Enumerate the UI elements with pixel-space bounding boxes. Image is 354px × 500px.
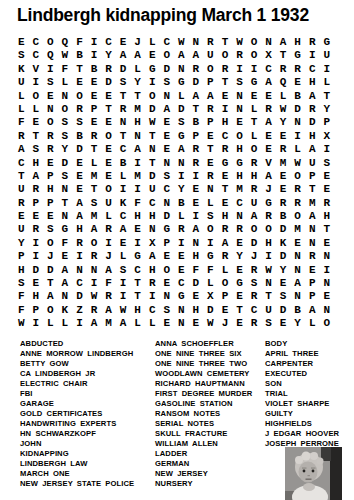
grid-cell: B bbox=[72, 49, 87, 62]
grid-cell: R bbox=[247, 290, 262, 303]
grid-cell: A bbox=[203, 90, 218, 103]
grid-cell: H bbox=[145, 210, 160, 223]
grid-cell: R bbox=[305, 250, 320, 263]
grid-cell: N bbox=[232, 210, 247, 223]
grid-cell: L bbox=[174, 210, 189, 223]
grid-cell: M bbox=[305, 197, 320, 210]
grid-cell: K bbox=[276, 237, 291, 250]
grid-cell: I bbox=[130, 183, 145, 196]
grid-cell: R bbox=[276, 143, 291, 156]
grid-cell: R bbox=[247, 264, 262, 277]
grid-cell: I bbox=[247, 63, 262, 76]
grid-cell: B bbox=[276, 210, 291, 223]
grid-cell: H bbox=[14, 264, 29, 277]
grid-cell: L bbox=[247, 130, 262, 143]
grid-cell: C bbox=[305, 63, 320, 76]
grid-cell: O bbox=[203, 63, 218, 76]
grid-cell: P bbox=[87, 103, 102, 116]
grid-cell: A bbox=[261, 116, 276, 129]
grid-cell: A bbox=[189, 49, 204, 62]
grid-cell: E bbox=[232, 264, 247, 277]
word-list-item: HN SCHWARZKOPF bbox=[20, 429, 134, 439]
grid-cell: I bbox=[72, 250, 87, 263]
grid-cell: I bbox=[305, 49, 320, 62]
grid-cell: I bbox=[116, 183, 131, 196]
grid-cell: F bbox=[14, 304, 29, 317]
grid-cell: P bbox=[305, 290, 320, 303]
grid-cell: R bbox=[189, 157, 204, 170]
word-list-item: GERMAN bbox=[155, 459, 252, 469]
grid-cell: O bbox=[145, 90, 160, 103]
grid-cell: R bbox=[43, 130, 58, 143]
grid-cell: G bbox=[58, 223, 73, 236]
grid-cell: N bbox=[145, 223, 160, 236]
grid-cell: L bbox=[218, 264, 233, 277]
grid-cell: O bbox=[101, 183, 116, 196]
grid-cell: U bbox=[203, 49, 218, 62]
grid-cell: S bbox=[116, 264, 131, 277]
grid-cell: F bbox=[72, 36, 87, 49]
grid-cell: E bbox=[14, 210, 29, 223]
word-list-item: HIGHFIELDS bbox=[265, 419, 339, 429]
grid-cell: N bbox=[159, 290, 174, 303]
grid-cell: H bbox=[72, 223, 87, 236]
grid-cell: L bbox=[101, 210, 116, 223]
grid-cell: L bbox=[203, 197, 218, 210]
grid-cell: T bbox=[319, 90, 334, 103]
grid-cell: X bbox=[145, 237, 160, 250]
grid-cell: L bbox=[145, 36, 160, 49]
grid-cell: E bbox=[276, 317, 291, 330]
grid-cell: R bbox=[14, 197, 29, 210]
grid-cell: N bbox=[58, 90, 73, 103]
grid-cell: P bbox=[159, 237, 174, 250]
grid-cell: D bbox=[305, 116, 320, 129]
grid-cell: G bbox=[290, 49, 305, 62]
grid-cell: E bbox=[159, 317, 174, 330]
grid-cell: L bbox=[276, 90, 291, 103]
word-list-item: NEW JERSEY bbox=[155, 469, 252, 479]
grid-cell: H bbox=[43, 183, 58, 196]
grid-cell: U bbox=[247, 197, 262, 210]
grid-cell: Y bbox=[276, 116, 291, 129]
grid-cell: T bbox=[218, 36, 233, 49]
grid-cell: L bbox=[290, 143, 305, 156]
grid-cell: A bbox=[145, 250, 160, 263]
grid-cell: E bbox=[101, 116, 116, 129]
grid-cell: M bbox=[232, 183, 247, 196]
grid-cell: R bbox=[305, 103, 320, 116]
grid-cell: S bbox=[319, 157, 334, 170]
grid-cell: I bbox=[189, 210, 204, 223]
grid-cell: M bbox=[87, 170, 102, 183]
grid-cell: S bbox=[58, 130, 73, 143]
grid-cell: L bbox=[87, 157, 102, 170]
grid-cell: R bbox=[101, 223, 116, 236]
grid-cell: I bbox=[72, 317, 87, 330]
grid-cell: A bbox=[218, 237, 233, 250]
grid-cell: S bbox=[58, 116, 73, 129]
grid-cell: V bbox=[261, 157, 276, 170]
grid-cell: I bbox=[319, 63, 334, 76]
grid-cell: E bbox=[116, 36, 131, 49]
grid-cell: E bbox=[319, 237, 334, 250]
grid-cell: L bbox=[174, 90, 189, 103]
grid-cell: R bbox=[261, 210, 276, 223]
grid-cell: C bbox=[159, 183, 174, 196]
grid-cell: C bbox=[29, 36, 44, 49]
grid-cell: B bbox=[189, 116, 204, 129]
grid-cell: I bbox=[87, 277, 102, 290]
grid-cell: O bbox=[43, 304, 58, 317]
grid-cell: Y bbox=[174, 183, 189, 196]
grid-cell: U bbox=[261, 304, 276, 317]
grid-cell: U bbox=[101, 197, 116, 210]
grid-cell: A bbox=[58, 264, 73, 277]
grid-cell: A bbox=[87, 223, 102, 236]
grid-cell: L bbox=[116, 250, 131, 263]
grid-cell: N bbox=[174, 317, 189, 330]
grid-cell: N bbox=[189, 237, 204, 250]
word-list-item: ANNA SCHOEFFLER bbox=[155, 339, 252, 349]
grid-cell: E bbox=[101, 90, 116, 103]
grid-cell: U bbox=[14, 183, 29, 196]
grid-cell: C bbox=[101, 36, 116, 49]
grid-cell: D bbox=[290, 103, 305, 116]
grid-cell: E bbox=[218, 170, 233, 183]
grid-cell: O bbox=[247, 36, 262, 49]
grid-cell: E bbox=[305, 264, 320, 277]
grid-cell: A bbox=[261, 170, 276, 183]
grid-cell: F bbox=[14, 290, 29, 303]
grid-cell: I bbox=[130, 237, 145, 250]
grid-cell: T bbox=[305, 183, 320, 196]
word-list-item: FBI bbox=[20, 389, 134, 399]
grid-cell: R bbox=[247, 317, 262, 330]
grid-cell: R bbox=[101, 290, 116, 303]
grid-cell: P bbox=[43, 170, 58, 183]
grid-cell: E bbox=[174, 264, 189, 277]
word-list-column-1: ABDUCTEDANNE MORROW LINDBERGHBETTY GOWCA… bbox=[20, 339, 134, 489]
grid-cell: I bbox=[29, 237, 44, 250]
grid-cell: E bbox=[203, 157, 218, 170]
grid-cell: R bbox=[72, 103, 87, 116]
grid-cell: S bbox=[159, 304, 174, 317]
grid-cell: E bbox=[276, 130, 291, 143]
grid-cell: S bbox=[43, 223, 58, 236]
grid-cell: E bbox=[159, 277, 174, 290]
grid-cell: N bbox=[319, 250, 334, 263]
word-list-item: APRIL THREE bbox=[265, 349, 339, 359]
grid-cell: E bbox=[101, 170, 116, 183]
word-list-column-2: ANNA SCHOEFFLERONE NINE THREE SIXONE NIN… bbox=[155, 339, 252, 489]
grid-cell: I bbox=[29, 250, 44, 263]
grid-cell: A bbox=[174, 49, 189, 62]
grid-cell: D bbox=[203, 304, 218, 317]
grid-cell: O bbox=[247, 49, 262, 62]
grid-cell: E bbox=[72, 157, 87, 170]
word-list-item: LINDBERGH LAW bbox=[20, 459, 134, 469]
grid-cell: A bbox=[87, 317, 102, 330]
grid-cell: S bbox=[261, 317, 276, 330]
grid-cell: E bbox=[203, 130, 218, 143]
grid-cell: E bbox=[72, 76, 87, 89]
grid-cell: A bbox=[101, 264, 116, 277]
grid-cell: N bbox=[189, 36, 204, 49]
grid-cell: J bbox=[247, 250, 262, 263]
grid-cell: R bbox=[14, 130, 29, 143]
grid-cell: U bbox=[14, 223, 29, 236]
word-list-item: TRIAL bbox=[265, 389, 339, 399]
grid-cell: C bbox=[261, 63, 276, 76]
grid-cell: Y bbox=[276, 264, 291, 277]
grid-cell: E bbox=[87, 90, 102, 103]
grid-cell: P bbox=[319, 116, 334, 129]
grid-cell: L bbox=[145, 317, 160, 330]
grid-cell: G bbox=[261, 197, 276, 210]
grid-cell: D bbox=[29, 264, 44, 277]
grid-cell: E bbox=[72, 183, 87, 196]
grid-cell: C bbox=[159, 36, 174, 49]
grid-cell: A bbox=[130, 49, 145, 62]
grid-cell: O bbox=[247, 223, 262, 236]
grid-cell: I bbox=[218, 103, 233, 116]
grid-cell: O bbox=[43, 116, 58, 129]
grid-cell: E bbox=[290, 237, 305, 250]
word-list-item: CARPENTER bbox=[265, 359, 339, 369]
grid-cell: O bbox=[43, 237, 58, 250]
grid-cell: S bbox=[203, 210, 218, 223]
grid-cell: F bbox=[58, 237, 73, 250]
grid-cell: S bbox=[159, 76, 174, 89]
grid-cell: H bbox=[319, 210, 334, 223]
grid-cell: F bbox=[14, 116, 29, 129]
grid-cell: I bbox=[174, 237, 189, 250]
grid-cell: N bbox=[116, 116, 131, 129]
grid-cell: L bbox=[116, 170, 131, 183]
grid-cell: Y bbox=[14, 237, 29, 250]
grid-cell: E bbox=[247, 90, 262, 103]
grid-cell: R bbox=[29, 223, 44, 236]
grid-cell: T bbox=[72, 63, 87, 76]
word-list-column-3: BODYAPRIL THREECARPENTEREXECUTEDSONTRIAL… bbox=[265, 339, 339, 449]
grid-cell: S bbox=[29, 143, 44, 156]
grid-cell: N bbox=[290, 250, 305, 263]
grid-cell: S bbox=[174, 116, 189, 129]
grid-cell: I bbox=[319, 264, 334, 277]
grid-cell: M bbox=[130, 170, 145, 183]
grid-cell: T bbox=[43, 277, 58, 290]
grid-cell: K bbox=[14, 63, 29, 76]
grid-cell: H bbox=[218, 210, 233, 223]
grid-cell: H bbox=[232, 170, 247, 183]
grid-cell: E bbox=[159, 116, 174, 129]
grid-cell: N bbox=[58, 183, 73, 196]
word-list-item: GASOLINE STATION bbox=[155, 399, 252, 409]
word-list-item: SON bbox=[265, 379, 339, 389]
grid-cell: H bbox=[130, 116, 145, 129]
grid-cell: L bbox=[14, 103, 29, 116]
grid-cell: Y bbox=[101, 49, 116, 62]
grid-cell: I bbox=[232, 63, 247, 76]
grid-cell: W bbox=[116, 304, 131, 317]
grid-cell: O bbox=[58, 103, 73, 116]
grid-cell: H bbox=[189, 304, 204, 317]
grid-cell: O bbox=[261, 223, 276, 236]
word-list-item: WOODLAWN CEMETERY bbox=[155, 369, 252, 379]
grid-cell: P bbox=[305, 170, 320, 183]
grid-cell: F bbox=[189, 264, 204, 277]
grid-cell: P bbox=[29, 197, 44, 210]
grid-cell: G bbox=[174, 76, 189, 89]
grid-cell: O bbox=[218, 49, 233, 62]
grid-cell: L bbox=[58, 76, 73, 89]
grid-cell: C bbox=[145, 304, 160, 317]
grid-cell: E bbox=[218, 197, 233, 210]
grid-cell: E bbox=[130, 223, 145, 236]
word-list-item: GOLD CERTIFICATES bbox=[20, 409, 134, 419]
lindbergh-baby-photo bbox=[285, 447, 342, 500]
grid-cell: I bbox=[319, 143, 334, 156]
grid-cell: T bbox=[145, 130, 160, 143]
grid-cell: L bbox=[247, 103, 262, 116]
grid-cell: J bbox=[43, 250, 58, 263]
word-list-item: SKULL FRACTURE bbox=[155, 429, 252, 439]
grid-cell: D bbox=[72, 143, 87, 156]
grid-cell: O bbox=[43, 36, 58, 49]
grid-cell: C bbox=[218, 130, 233, 143]
grid-cell: T bbox=[261, 290, 276, 303]
grid-cell: O bbox=[159, 264, 174, 277]
word-list-item: JOHN bbox=[20, 439, 134, 449]
grid-cell: C bbox=[72, 277, 87, 290]
word-list-item: RICHARD HAUPTMANN bbox=[155, 379, 252, 389]
grid-cell: D bbox=[58, 157, 73, 170]
grid-cell: C bbox=[174, 277, 189, 290]
grid-cell: R bbox=[218, 63, 233, 76]
grid-cell: R bbox=[247, 183, 262, 196]
word-list-item: WILLIAM ALLEN bbox=[155, 439, 252, 449]
grid-cell: U bbox=[319, 49, 334, 62]
word-search-grid: ECOQFICEJLCWNRTWONAHRGSCQWBIYAAEOAAUOROX… bbox=[14, 36, 334, 331]
word-list-item: RANSOM NOTES bbox=[155, 409, 252, 419]
grid-cell: E bbox=[72, 170, 87, 183]
grid-cell: S bbox=[14, 277, 29, 290]
grid-cell: R bbox=[203, 170, 218, 183]
grid-cell: A bbox=[305, 90, 320, 103]
grid-cell: T bbox=[319, 223, 334, 236]
grid-cell: G bbox=[174, 290, 189, 303]
grid-cell: N bbox=[261, 277, 276, 290]
grid-cell: A bbox=[58, 277, 73, 290]
grid-cell: E bbox=[116, 237, 131, 250]
grid-cell: N bbox=[58, 210, 73, 223]
grid-cell: B bbox=[174, 197, 189, 210]
grid-cell: I bbox=[29, 76, 44, 89]
grid-cell: S bbox=[276, 290, 291, 303]
grid-cell: N bbox=[58, 290, 73, 303]
grid-cell: A bbox=[101, 304, 116, 317]
grid-cell: K bbox=[116, 197, 131, 210]
grid-cell: T bbox=[145, 157, 160, 170]
grid-cell: O bbox=[29, 90, 44, 103]
grid-cell: M bbox=[276, 157, 291, 170]
grid-cell: R bbox=[101, 63, 116, 76]
grid-cell: I bbox=[87, 36, 102, 49]
grid-cell: A bbox=[305, 143, 320, 156]
grid-cell: G bbox=[174, 130, 189, 143]
grid-cell: N bbox=[72, 264, 87, 277]
grid-cell: D bbox=[247, 237, 262, 250]
grid-cell: Y bbox=[319, 103, 334, 116]
grid-cell: R bbox=[218, 143, 233, 156]
grid-cell: E bbox=[29, 210, 44, 223]
grid-cell: M bbox=[290, 223, 305, 236]
grid-cell: N bbox=[305, 237, 320, 250]
grid-cell: T bbox=[130, 290, 145, 303]
grid-cell: O bbox=[203, 223, 218, 236]
grid-cell: G bbox=[159, 223, 174, 236]
grid-cell: A bbox=[43, 290, 58, 303]
grid-cell: H bbox=[305, 130, 320, 143]
grid-cell: S bbox=[116, 76, 131, 89]
grid-cell: E bbox=[276, 183, 291, 196]
grid-cell: E bbox=[43, 157, 58, 170]
grid-cell: R bbox=[218, 223, 233, 236]
grid-cell: R bbox=[43, 143, 58, 156]
grid-cell: E bbox=[159, 130, 174, 143]
grid-cell: O bbox=[72, 90, 87, 103]
word-list-item: J EDGAR HOOVER bbox=[265, 429, 339, 439]
grid-cell: N bbox=[145, 143, 160, 156]
grid-cell: Q bbox=[276, 76, 291, 89]
grid-cell: B bbox=[290, 304, 305, 317]
word-list-item: CA LINDBERGH JR bbox=[20, 369, 134, 379]
grid-cell: E bbox=[232, 290, 247, 303]
grid-cell: B bbox=[87, 63, 102, 76]
grid-cell: R bbox=[203, 103, 218, 116]
grid-cell: I bbox=[145, 76, 160, 89]
word-list-item: EXECUTED bbox=[265, 369, 339, 379]
grid-cell: G bbox=[218, 157, 233, 170]
grid-cell: R bbox=[72, 237, 87, 250]
grid-cell: G bbox=[203, 250, 218, 263]
grid-cell: H bbox=[247, 170, 262, 183]
grid-cell: W bbox=[276, 103, 291, 116]
grid-cell: R bbox=[319, 197, 334, 210]
grid-cell: D bbox=[43, 264, 58, 277]
grid-cell: L bbox=[29, 103, 44, 116]
grid-cell: P bbox=[203, 116, 218, 129]
grid-cell: C bbox=[232, 197, 247, 210]
grid-cell: A bbox=[116, 49, 131, 62]
grid-cell: P bbox=[218, 290, 233, 303]
grid-cell: A bbox=[261, 76, 276, 89]
grid-cell: F bbox=[101, 277, 116, 290]
grid-cell: A bbox=[189, 90, 204, 103]
grid-cell: G bbox=[130, 250, 145, 263]
grid-cell: E bbox=[261, 143, 276, 156]
grid-cell: N bbox=[261, 36, 276, 49]
grid-cell: N bbox=[232, 103, 247, 116]
grid-cell: A bbox=[14, 143, 29, 156]
grid-cell: T bbox=[87, 143, 102, 156]
grid-cell: H bbox=[189, 250, 204, 263]
grid-cell: R bbox=[87, 304, 102, 317]
grid-cell: T bbox=[247, 116, 262, 129]
grid-cell: T bbox=[116, 90, 131, 103]
grid-cell: L bbox=[14, 90, 29, 103]
